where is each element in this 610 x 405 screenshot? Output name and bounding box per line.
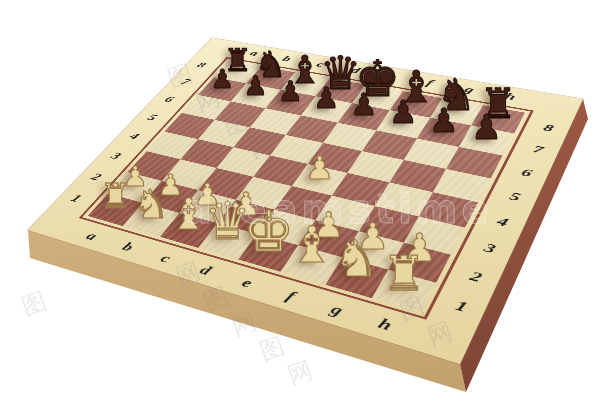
squares-grid — [88, 61, 525, 313]
chess-board: abcdefgh abcdefgh 87654321 87654321 — [28, 38, 583, 364]
watermark-mark: 网 — [283, 354, 316, 392]
watermark-mark: 网 — [227, 305, 260, 343]
rank-label: 2 — [452, 258, 499, 296]
play-area — [79, 57, 534, 320]
rank-label: 5 — [493, 181, 536, 212]
chess-stock-image: abcdefgh abcdefgh 87654321 87654321 ♜♞♝♛… — [0, 0, 610, 405]
rank-label: 8 — [529, 115, 569, 142]
rank-label: 3 — [467, 231, 513, 266]
rank-label: 1 — [437, 287, 485, 327]
rank-label: 4 — [480, 206, 524, 239]
rank-label: 6 — [506, 158, 548, 188]
watermark-mark: 图 — [255, 330, 288, 368]
watermark-mark: 图 — [17, 285, 50, 323]
rank-label: 7 — [517, 136, 558, 164]
